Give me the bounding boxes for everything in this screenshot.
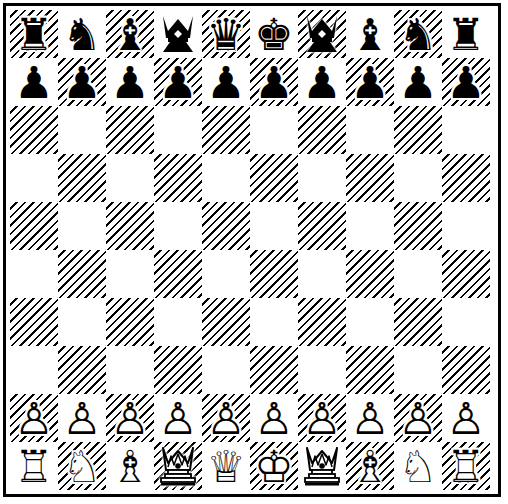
white-knight-piece[interactable]: ♞♘ — [394, 442, 442, 490]
white-king-piece[interactable]: ♚♔ — [250, 442, 298, 490]
square-h3[interactable] — [346, 346, 394, 394]
square-i6[interactable] — [394, 202, 442, 250]
square-g8[interactable] — [298, 106, 346, 154]
square-c10[interactable]: ♝ — [106, 10, 154, 58]
white-rook-glyph-outline: ♖ — [442, 442, 490, 490]
square-a4[interactable] — [10, 298, 58, 346]
black-pawn-piece[interactable]: ♟ — [346, 58, 394, 106]
white-pawn-piece[interactable]: ♟♙ — [106, 394, 154, 442]
square-g6[interactable] — [298, 202, 346, 250]
square-j8[interactable] — [442, 106, 490, 154]
square-d7[interactable] — [154, 154, 202, 202]
white-pawn-glyph-outline: ♙ — [154, 394, 202, 442]
white-knight-glyph-outline: ♘ — [58, 442, 106, 490]
black-pawn-piece[interactable]: ♟ — [442, 58, 490, 106]
square-e8[interactable] — [202, 106, 250, 154]
black-pawn-glyph: ♟ — [106, 58, 154, 106]
black-knight-piece[interactable]: ♞ — [394, 10, 442, 58]
white-ferz-piece[interactable] — [300, 444, 344, 488]
white-knight-piece[interactable]: ♞♘ — [58, 442, 106, 490]
square-h5[interactable] — [346, 250, 394, 298]
black-rook-glyph: ♜ — [10, 10, 58, 58]
square-b8[interactable] — [58, 106, 106, 154]
white-bishop-glyph-outline: ♗ — [346, 442, 394, 490]
white-rook-piece[interactable]: ♜♖ — [442, 442, 490, 490]
square-e3[interactable] — [202, 346, 250, 394]
square-f6[interactable] — [250, 202, 298, 250]
square-i10[interactable]: ♞ — [394, 10, 442, 58]
square-f3[interactable] — [250, 346, 298, 394]
square-d2[interactable]: ♟♙ — [154, 394, 202, 442]
square-a7[interactable] — [10, 154, 58, 202]
square-d3[interactable] — [154, 346, 202, 394]
square-i9[interactable]: ♟ — [394, 58, 442, 106]
white-king-glyph-outline: ♔ — [250, 442, 298, 490]
square-a10[interactable]: ♜ — [10, 10, 58, 58]
square-b2[interactable]: ♟♙ — [58, 394, 106, 442]
square-f10[interactable]: ♚ — [250, 10, 298, 58]
black-bishop-piece[interactable]: ♝ — [106, 10, 154, 58]
square-f9[interactable]: ♟ — [250, 58, 298, 106]
square-g5[interactable] — [298, 250, 346, 298]
square-b3[interactable] — [58, 346, 106, 394]
square-d10[interactable] — [154, 10, 202, 58]
square-g3[interactable] — [298, 346, 346, 394]
black-knight-piece[interactable]: ♞ — [58, 10, 106, 58]
square-f2[interactable]: ♟♙ — [250, 394, 298, 442]
square-c6[interactable] — [106, 202, 154, 250]
square-e4[interactable] — [202, 298, 250, 346]
black-pawn-piece[interactable]: ♟ — [250, 58, 298, 106]
black-pawn-piece[interactable]: ♟ — [298, 58, 346, 106]
square-c7[interactable] — [106, 154, 154, 202]
square-f1[interactable]: ♚♔ — [250, 442, 298, 490]
square-d8[interactable] — [154, 106, 202, 154]
black-king-glyph: ♚ — [250, 10, 298, 58]
white-pawn-glyph-outline: ♙ — [442, 394, 490, 442]
square-a3[interactable] — [10, 346, 58, 394]
square-j4[interactable] — [442, 298, 490, 346]
black-pawn-piece[interactable]: ♟ — [394, 58, 442, 106]
white-rook-piece[interactable]: ♜♖ — [10, 442, 58, 490]
square-d4[interactable] — [154, 298, 202, 346]
white-pawn-piece[interactable]: ♟♙ — [10, 394, 58, 442]
square-i2[interactable]: ♟♙ — [394, 394, 442, 442]
black-pawn-glyph: ♟ — [154, 58, 202, 106]
square-a2[interactable]: ♟♙ — [10, 394, 58, 442]
white-pawn-glyph-outline: ♙ — [298, 394, 346, 442]
white-pawn-piece[interactable]: ♟♙ — [154, 394, 202, 442]
square-g4[interactable] — [298, 298, 346, 346]
black-king-piece[interactable]: ♚ — [250, 10, 298, 58]
square-g9[interactable]: ♟ — [298, 58, 346, 106]
square-j6[interactable] — [442, 202, 490, 250]
white-pawn-piece[interactable]: ♟♙ — [442, 394, 490, 442]
square-i8[interactable] — [394, 106, 442, 154]
black-bishop-piece[interactable]: ♝ — [346, 10, 394, 58]
black-pawn-piece[interactable]: ♟ — [106, 58, 154, 106]
square-a1[interactable]: ♜♖ — [10, 442, 58, 490]
white-knight-glyph-outline: ♘ — [394, 442, 442, 490]
square-f4[interactable] — [250, 298, 298, 346]
square-i5[interactable] — [394, 250, 442, 298]
black-rook-piece[interactable]: ♜ — [442, 10, 490, 58]
white-queen-piece[interactable]: ♛♕ — [202, 442, 250, 490]
square-c1[interactable]: ♝♗ — [106, 442, 154, 490]
white-bishop-piece[interactable]: ♝♗ — [106, 442, 154, 490]
square-e1[interactable]: ♛♕ — [202, 442, 250, 490]
white-pawn-piece[interactable]: ♟♙ — [346, 394, 394, 442]
chess-variant-screen: ♜♞♝ ♛♚ ♝♞♜♟♟♟♟♟♟♟♟♟♟♟♙♟♙♟♙♟♙♟♙♟♙♟♙♟♙♟♙♟♙… — [0, 0, 508, 504]
black-rook-piece[interactable]: ♜ — [10, 10, 58, 58]
square-b5[interactable] — [58, 250, 106, 298]
square-h6[interactable] — [346, 202, 394, 250]
square-f7[interactable] — [250, 154, 298, 202]
black-pawn-glyph: ♟ — [58, 58, 106, 106]
white-bishop-piece[interactable]: ♝♗ — [346, 442, 394, 490]
square-c4[interactable] — [106, 298, 154, 346]
square-d9[interactable]: ♟ — [154, 58, 202, 106]
square-f5[interactable] — [250, 250, 298, 298]
white-pawn-piece[interactable]: ♟♙ — [394, 394, 442, 442]
square-h10[interactable]: ♝ — [346, 10, 394, 58]
black-knight-glyph: ♞ — [394, 10, 442, 58]
board-grid: ♜♞♝ ♛♚ ♝♞♜♟♟♟♟♟♟♟♟♟♟♟♙♟♙♟♙♟♙♟♙♟♙♟♙♟♙♟♙♟♙… — [10, 10, 490, 490]
square-h8[interactable] — [346, 106, 394, 154]
square-b7[interactable] — [58, 154, 106, 202]
black-pawn-piece[interactable]: ♟ — [154, 58, 202, 106]
square-d6[interactable] — [154, 202, 202, 250]
square-i3[interactable] — [394, 346, 442, 394]
square-b10[interactable]: ♞ — [58, 10, 106, 58]
white-pawn-piece[interactable]: ♟♙ — [58, 394, 106, 442]
square-h4[interactable] — [346, 298, 394, 346]
square-i1[interactable]: ♞♘ — [394, 442, 442, 490]
square-g2[interactable]: ♟♙ — [298, 394, 346, 442]
square-h2[interactable]: ♟♙ — [346, 394, 394, 442]
square-j9[interactable]: ♟ — [442, 58, 490, 106]
square-a9[interactable]: ♟ — [10, 58, 58, 106]
black-bishop-glyph: ♝ — [346, 10, 394, 58]
black-pawn-glyph: ♟ — [250, 58, 298, 106]
square-b1[interactable]: ♞♘ — [58, 442, 106, 490]
white-queen-glyph-outline: ♕ — [202, 442, 250, 490]
black-pawn-piece[interactable]: ♟ — [10, 58, 58, 106]
white-pawn-piece[interactable]: ♟♙ — [298, 394, 346, 442]
square-j3[interactable] — [442, 346, 490, 394]
square-e2[interactable]: ♟♙ — [202, 394, 250, 442]
square-e7[interactable] — [202, 154, 250, 202]
square-a8[interactable] — [10, 106, 58, 154]
square-f8[interactable] — [250, 106, 298, 154]
square-e5[interactable] — [202, 250, 250, 298]
square-h1[interactable]: ♝♗ — [346, 442, 394, 490]
square-i7[interactable] — [394, 154, 442, 202]
white-pawn-glyph-outline: ♙ — [58, 394, 106, 442]
square-e10[interactable]: ♛ — [202, 10, 250, 58]
white-pawn-glyph-outline: ♙ — [250, 394, 298, 442]
black-pawn-piece[interactable]: ♟ — [58, 58, 106, 106]
white-pawn-glyph-outline: ♙ — [394, 394, 442, 442]
black-pawn-glyph: ♟ — [346, 58, 394, 106]
square-j5[interactable] — [442, 250, 490, 298]
square-j7[interactable] — [442, 154, 490, 202]
white-ferz-piece[interactable] — [156, 444, 200, 488]
white-pawn-glyph-outline: ♙ — [10, 394, 58, 442]
square-j2[interactable]: ♟♙ — [442, 394, 490, 442]
black-knight-glyph: ♞ — [58, 10, 106, 58]
square-c5[interactable] — [106, 250, 154, 298]
square-a5[interactable] — [10, 250, 58, 298]
black-pawn-glyph: ♟ — [202, 58, 250, 106]
square-i4[interactable] — [394, 298, 442, 346]
black-pawn-glyph: ♟ — [442, 58, 490, 106]
square-c2[interactable]: ♟♙ — [106, 394, 154, 442]
black-queen-piece[interactable]: ♛ — [202, 10, 250, 58]
square-g1[interactable] — [298, 442, 346, 490]
square-b4[interactable] — [58, 298, 106, 346]
white-pawn-piece[interactable]: ♟♙ — [250, 394, 298, 442]
square-j1[interactable]: ♜♖ — [442, 442, 490, 490]
square-h9[interactable]: ♟ — [346, 58, 394, 106]
square-d5[interactable] — [154, 250, 202, 298]
square-a6[interactable] — [10, 202, 58, 250]
black-queen-glyph: ♛ — [202, 10, 250, 58]
square-c8[interactable] — [106, 106, 154, 154]
square-e9[interactable]: ♟ — [202, 58, 250, 106]
square-j10[interactable]: ♜ — [442, 10, 490, 58]
white-pawn-glyph-outline: ♙ — [106, 394, 154, 442]
square-g7[interactable] — [298, 154, 346, 202]
white-pawn-glyph-outline: ♙ — [346, 394, 394, 442]
square-c3[interactable] — [106, 346, 154, 394]
square-b9[interactable]: ♟ — [58, 58, 106, 106]
black-ferz-piece[interactable] — [156, 12, 200, 56]
black-rook-glyph: ♜ — [442, 10, 490, 58]
black-pawn-piece[interactable]: ♟ — [202, 58, 250, 106]
white-pawn-piece[interactable]: ♟♙ — [202, 394, 250, 442]
black-ferz-piece[interactable] — [300, 12, 344, 56]
square-h7[interactable] — [346, 154, 394, 202]
black-pawn-glyph: ♟ — [394, 58, 442, 106]
white-bishop-glyph-outline: ♗ — [106, 442, 154, 490]
square-g10[interactable] — [298, 10, 346, 58]
white-rook-glyph-outline: ♖ — [10, 442, 58, 490]
white-pawn-glyph-outline: ♙ — [202, 394, 250, 442]
square-d1[interactable] — [154, 442, 202, 490]
square-e6[interactable] — [202, 202, 250, 250]
square-b6[interactable] — [58, 202, 106, 250]
black-bishop-glyph: ♝ — [106, 10, 154, 58]
square-c9[interactable]: ♟ — [106, 58, 154, 106]
black-pawn-glyph: ♟ — [298, 58, 346, 106]
black-pawn-glyph: ♟ — [10, 58, 58, 106]
